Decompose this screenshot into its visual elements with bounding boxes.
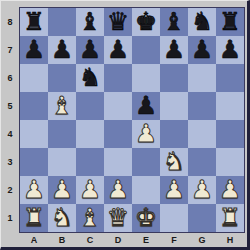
file-label-e: E: [132, 234, 160, 247]
square-b1[interactable]: ♞: [48, 204, 76, 232]
square-b3[interactable]: [48, 148, 76, 176]
white-pawn[interactable]: ♟: [219, 176, 241, 204]
square-f3[interactable]: ♞: [160, 148, 188, 176]
white-pawn[interactable]: ♟: [23, 176, 45, 204]
rank-labels: 87654321: [1, 8, 19, 232]
square-g3[interactable]: [188, 148, 216, 176]
white-knight[interactable]: ♞: [163, 148, 185, 176]
square-c7[interactable]: ♟: [76, 36, 104, 64]
square-c5[interactable]: [76, 92, 104, 120]
square-c4[interactable]: [76, 120, 104, 148]
square-c1[interactable]: ♝: [76, 204, 104, 232]
square-f2[interactable]: ♟: [160, 176, 188, 204]
square-b4[interactable]: [48, 120, 76, 148]
black-queen[interactable]: ♛: [107, 8, 129, 36]
rank-label-6: 6: [1, 64, 19, 92]
white-pawn[interactable]: ♟: [107, 176, 129, 204]
square-g5[interactable]: [188, 92, 216, 120]
black-pawn[interactable]: ♟: [219, 36, 241, 64]
square-e6[interactable]: [132, 64, 160, 92]
rank-label-7: 7: [1, 36, 19, 64]
white-knight[interactable]: ♞: [51, 204, 73, 232]
square-e5[interactable]: ♟: [132, 92, 160, 120]
white-rook[interactable]: ♜: [219, 204, 241, 232]
white-pawn[interactable]: ♟: [135, 120, 157, 148]
white-king[interactable]: ♚: [135, 204, 157, 232]
black-pawn[interactable]: ♟: [163, 36, 185, 64]
white-pawn[interactable]: ♟: [79, 176, 101, 204]
rank-label-3: 3: [1, 148, 19, 176]
black-pawn[interactable]: ♟: [191, 36, 213, 64]
square-b5[interactable]: ♝: [48, 92, 76, 120]
square-a2[interactable]: ♟: [20, 176, 48, 204]
square-d8[interactable]: ♛: [104, 8, 132, 36]
white-pawn[interactable]: ♟: [51, 176, 73, 204]
black-rook[interactable]: ♜: [23, 8, 45, 36]
square-f4[interactable]: [160, 120, 188, 148]
square-g1[interactable]: [188, 204, 216, 232]
square-e4[interactable]: ♟: [132, 120, 160, 148]
black-bishop[interactable]: ♝: [79, 8, 101, 36]
square-h7[interactable]: ♟: [216, 36, 244, 64]
file-label-b: B: [48, 234, 76, 247]
file-labels: ABCDEFGH: [20, 234, 244, 247]
black-pawn[interactable]: ♟: [79, 36, 101, 64]
square-h3[interactable]: [216, 148, 244, 176]
square-d7[interactable]: ♟: [104, 36, 132, 64]
square-c8[interactable]: ♝: [76, 8, 104, 36]
square-c6[interactable]: ♞: [76, 64, 104, 92]
square-g7[interactable]: ♟: [188, 36, 216, 64]
black-knight[interactable]: ♞: [191, 8, 213, 36]
square-b7[interactable]: ♟: [48, 36, 76, 64]
file-label-d: D: [104, 234, 132, 247]
rank-label-5: 5: [1, 92, 19, 120]
square-d2[interactable]: ♟: [104, 176, 132, 204]
chess-board[interactable]: ♜♝♛♚♝♞♜♟♟♟♟♟♟♟♞♝♟♟♞♟♟♟♟♟♟♟♜♞♝♛♚♜: [19, 7, 245, 233]
square-c3[interactable]: [76, 148, 104, 176]
square-c2[interactable]: ♟: [76, 176, 104, 204]
file-label-h: H: [216, 234, 244, 247]
square-h4[interactable]: [216, 120, 244, 148]
square-a1[interactable]: ♜: [20, 204, 48, 232]
square-h1[interactable]: ♜: [216, 204, 244, 232]
black-pawn[interactable]: ♟: [23, 36, 45, 64]
square-a8[interactable]: ♜: [20, 8, 48, 36]
white-pawn[interactable]: ♟: [191, 176, 213, 204]
black-rook[interactable]: ♜: [219, 8, 241, 36]
square-b8[interactable]: [48, 8, 76, 36]
white-pawn[interactable]: ♟: [163, 176, 185, 204]
square-f8[interactable]: ♝: [160, 8, 188, 36]
square-g2[interactable]: ♟: [188, 176, 216, 204]
rank-label-2: 2: [1, 176, 19, 204]
square-a4[interactable]: [20, 120, 48, 148]
square-a6[interactable]: [20, 64, 48, 92]
square-b6[interactable]: [48, 64, 76, 92]
black-pawn[interactable]: ♟: [51, 36, 73, 64]
square-f7[interactable]: ♟: [160, 36, 188, 64]
square-e1[interactable]: ♚: [132, 204, 160, 232]
black-pawn[interactable]: ♟: [135, 92, 157, 120]
square-g6[interactable]: [188, 64, 216, 92]
square-h6[interactable]: [216, 64, 244, 92]
black-king[interactable]: ♚: [135, 8, 157, 36]
square-h5[interactable]: [216, 92, 244, 120]
square-f5[interactable]: [160, 92, 188, 120]
square-f6[interactable]: [160, 64, 188, 92]
file-label-c: C: [76, 234, 104, 247]
square-e3[interactable]: [132, 148, 160, 176]
square-f1[interactable]: [160, 204, 188, 232]
square-e2[interactable]: [132, 176, 160, 204]
square-e8[interactable]: ♚: [132, 8, 160, 36]
square-h2[interactable]: ♟: [216, 176, 244, 204]
rank-label-4: 4: [1, 120, 19, 148]
white-bishop[interactable]: ♝: [51, 92, 73, 120]
file-label-g: G: [188, 234, 216, 247]
chess-diagram: 87654321 ♜♝♛♚♝♞♜♟♟♟♟♟♟♟♞♝♟♟♞♟♟♟♟♟♟♟♜♞♝♛♚…: [0, 0, 250, 250]
square-a3[interactable]: [20, 148, 48, 176]
white-queen[interactable]: ♛: [107, 204, 129, 232]
rank-label-8: 8: [1, 8, 19, 36]
file-label-f: F: [160, 234, 188, 247]
square-b2[interactable]: ♟: [48, 176, 76, 204]
black-bishop[interactable]: ♝: [163, 8, 185, 36]
square-d5[interactable]: [104, 92, 132, 120]
square-e7[interactable]: [132, 36, 160, 64]
file-label-a: A: [20, 234, 48, 247]
square-h8[interactable]: ♜: [216, 8, 244, 36]
square-d6[interactable]: [104, 64, 132, 92]
square-a7[interactable]: ♟: [20, 36, 48, 64]
square-g8[interactable]: ♞: [188, 8, 216, 36]
square-d4[interactable]: [104, 120, 132, 148]
black-knight[interactable]: ♞: [79, 64, 101, 92]
square-a5[interactable]: [20, 92, 48, 120]
white-rook[interactable]: ♜: [23, 204, 45, 232]
square-d3[interactable]: [104, 148, 132, 176]
rank-label-1: 1: [1, 204, 19, 232]
black-pawn[interactable]: ♟: [107, 36, 129, 64]
white-bishop[interactable]: ♝: [79, 204, 101, 232]
square-g4[interactable]: [188, 120, 216, 148]
square-d1[interactable]: ♛: [104, 204, 132, 232]
